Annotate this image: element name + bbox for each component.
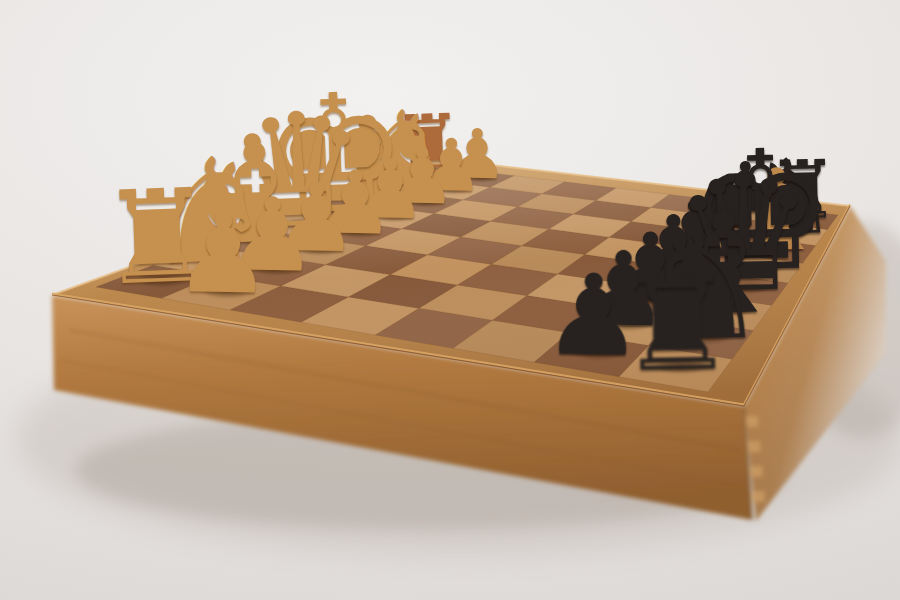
piece-black-rook: ♜	[617, 255, 738, 389]
pieces-layer: ♜♞♝♛♚♝♞♜♟♟♟♟♟♟♟♟♟♟♟♟♟♟♟♟♜♞♝♛♚♝♞♜	[0, 0, 900, 600]
piece-white-pawn: ♟	[172, 199, 272, 310]
chess-photo-scene: ♜♞♝♛♚♝♞♜♟♟♟♟♟♟♟♟♟♟♟♟♟♟♟♟♜♞♝♛♚♝♞♜	[0, 0, 900, 600]
